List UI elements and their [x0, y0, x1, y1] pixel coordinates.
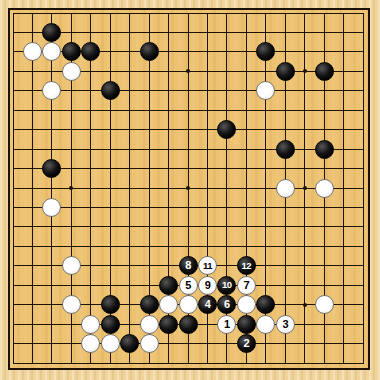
go-board: 811125910746132 [0, 0, 380, 380]
stone-white: 3 [276, 315, 295, 334]
stone-white [140, 334, 159, 353]
stone-black [120, 334, 139, 353]
stone-white [81, 334, 100, 353]
stone-white [315, 179, 334, 198]
stone-white [237, 295, 256, 314]
stone-white [42, 198, 61, 217]
stone-black: 2 [237, 334, 256, 353]
stone-black: 8 [179, 256, 198, 275]
stone-white [256, 315, 275, 334]
move-number-label: 3 [282, 319, 288, 330]
grid-line-horizontal [13, 246, 364, 247]
stone-black [101, 315, 120, 334]
stone-white [256, 81, 275, 100]
stone-black [101, 81, 120, 100]
move-number-label: 2 [244, 338, 250, 349]
move-number-label: 8 [185, 260, 191, 271]
stone-white [315, 295, 334, 314]
grid-line-horizontal [13, 32, 364, 33]
stone-black [42, 23, 61, 42]
grid-line-vertical [129, 13, 130, 364]
stone-black [81, 42, 100, 61]
stone-black [42, 159, 61, 178]
stone-black: 6 [217, 295, 236, 314]
move-number-label: 12 [242, 261, 252, 271]
stone-white [159, 295, 178, 314]
move-number-label: 4 [205, 299, 211, 310]
stone-white [62, 295, 81, 314]
stone-black [256, 42, 275, 61]
star-point [303, 303, 307, 307]
move-number-label: 1 [224, 319, 230, 330]
move-number-label: 6 [224, 299, 230, 310]
stone-white [140, 315, 159, 334]
star-point [303, 69, 307, 73]
grid-line-vertical [343, 13, 344, 364]
grid-line-horizontal [13, 13, 364, 14]
grid-line-vertical [13, 13, 14, 364]
stone-black [315, 140, 334, 159]
move-number-label: 9 [205, 280, 211, 291]
move-number-label: 10 [222, 280, 232, 290]
stone-black [101, 295, 120, 314]
stone-white [276, 179, 295, 198]
grid-line-horizontal [13, 149, 364, 150]
star-point [69, 186, 73, 190]
grid-line-horizontal [13, 90, 364, 91]
stone-white: 7 [237, 276, 256, 295]
stone-black [62, 42, 81, 61]
stone-white [81, 315, 100, 334]
stone-black [256, 295, 275, 314]
stone-black: 4 [198, 295, 217, 314]
stone-white [179, 295, 198, 314]
stone-black [276, 62, 295, 81]
stone-white: 1 [217, 315, 236, 334]
stone-white [62, 62, 81, 81]
star-point [186, 69, 190, 73]
grid-line-vertical [51, 13, 52, 364]
stone-black: 12 [237, 256, 256, 275]
stone-white: 11 [198, 256, 217, 275]
star-point [186, 186, 190, 190]
stone-black [276, 140, 295, 159]
stone-black [315, 62, 334, 81]
grid-line-horizontal [13, 226, 364, 227]
stone-black [159, 276, 178, 295]
grid-line-horizontal [13, 363, 364, 364]
stone-black [140, 295, 159, 314]
stone-white: 5 [179, 276, 198, 295]
stone-white: 9 [198, 276, 217, 295]
grid-line-horizontal [13, 129, 364, 130]
stone-white [101, 334, 120, 353]
move-number-label: 7 [244, 280, 250, 291]
star-point [303, 186, 307, 190]
board-grid[interactable]: 811125910746132 [0, 0, 380, 380]
stone-white [23, 42, 42, 61]
grid-line-vertical [363, 13, 364, 364]
grid-line-vertical [32, 13, 33, 364]
grid-line-vertical [90, 13, 91, 364]
grid-line-horizontal [13, 207, 364, 208]
stone-white [42, 42, 61, 61]
stone-black [217, 120, 236, 139]
stone-black [140, 42, 159, 61]
stone-black [179, 315, 198, 334]
stone-black [159, 315, 178, 334]
grid-line-horizontal [13, 110, 364, 111]
stone-black [237, 315, 256, 334]
stone-white [62, 256, 81, 275]
stone-white [42, 81, 61, 100]
move-number-label: 11 [203, 261, 212, 271]
grid-line-horizontal [13, 168, 364, 169]
stone-black: 10 [217, 276, 236, 295]
move-number-label: 5 [185, 280, 191, 291]
grid-line-horizontal [13, 343, 364, 344]
